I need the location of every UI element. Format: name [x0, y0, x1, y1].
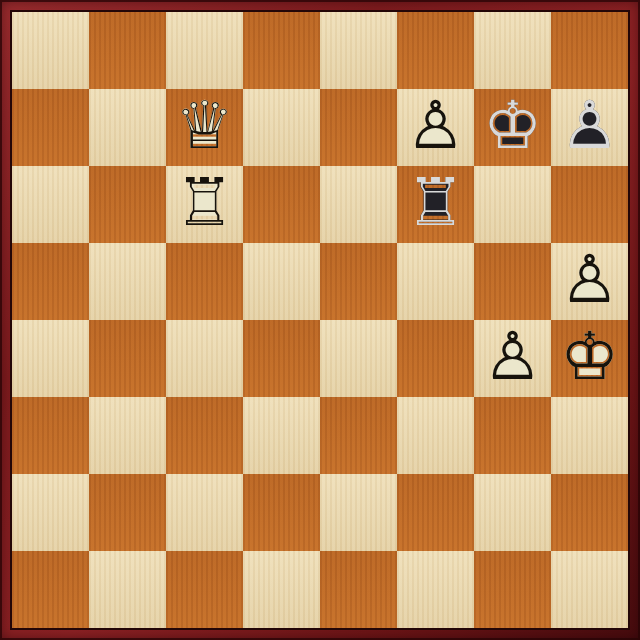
square-h7[interactable]: ♟♙: [551, 89, 628, 166]
square-h5[interactable]: ♟♙: [551, 243, 628, 320]
square-e2[interactable]: [320, 474, 397, 551]
white-rook[interactable]: ♜♖: [166, 166, 243, 243]
square-e1[interactable]: [320, 551, 397, 628]
white-king-outline: ♔: [551, 318, 628, 395]
square-e3[interactable]: [320, 397, 397, 474]
square-d3[interactable]: [243, 397, 320, 474]
black-king-outline: ♔: [474, 87, 551, 164]
square-g6[interactable]: [474, 166, 551, 243]
square-h3[interactable]: [551, 397, 628, 474]
square-a8[interactable]: [12, 12, 89, 89]
square-b3[interactable]: [89, 397, 166, 474]
square-a7[interactable]: [12, 89, 89, 166]
square-g5[interactable]: [474, 243, 551, 320]
white-rook-outline: ♖: [166, 164, 243, 241]
square-d6[interactable]: [243, 166, 320, 243]
square-b4[interactable]: [89, 320, 166, 397]
square-h6[interactable]: [551, 166, 628, 243]
square-f4[interactable]: [397, 320, 474, 397]
white-queen-outline: ♕: [166, 87, 243, 164]
square-c1[interactable]: [166, 551, 243, 628]
square-a5[interactable]: [12, 243, 89, 320]
square-f2[interactable]: [397, 474, 474, 551]
square-c4[interactable]: [166, 320, 243, 397]
square-h4[interactable]: ♚♔: [551, 320, 628, 397]
chess-board: ♛♕♟♙♚♔♟♙♜♖♜♖♟♙♟♙♚♔: [10, 10, 630, 630]
square-a2[interactable]: [12, 474, 89, 551]
square-a6[interactable]: [12, 166, 89, 243]
square-d7[interactable]: [243, 89, 320, 166]
square-a3[interactable]: [12, 397, 89, 474]
square-g3[interactable]: [474, 397, 551, 474]
square-d1[interactable]: [243, 551, 320, 628]
square-f7[interactable]: ♟♙: [397, 89, 474, 166]
square-e5[interactable]: [320, 243, 397, 320]
white-pawn-outline: ♙: [474, 318, 551, 395]
square-c5[interactable]: [166, 243, 243, 320]
square-b5[interactable]: [89, 243, 166, 320]
square-h2[interactable]: [551, 474, 628, 551]
square-b6[interactable]: [89, 166, 166, 243]
square-c7[interactable]: ♛♕: [166, 89, 243, 166]
square-c3[interactable]: [166, 397, 243, 474]
square-e4[interactable]: [320, 320, 397, 397]
square-c8[interactable]: [166, 12, 243, 89]
square-g4[interactable]: ♟♙: [474, 320, 551, 397]
black-rook[interactable]: ♜♖: [397, 166, 474, 243]
black-rook-outline: ♖: [397, 164, 474, 241]
white-pawn-outline: ♙: [397, 87, 474, 164]
square-h8[interactable]: [551, 12, 628, 89]
white-pawn[interactable]: ♟♙: [474, 320, 551, 397]
square-h1[interactable]: [551, 551, 628, 628]
square-a4[interactable]: [12, 320, 89, 397]
white-king[interactable]: ♚♔: [551, 320, 628, 397]
white-pawn[interactable]: ♟♙: [551, 243, 628, 320]
square-c6[interactable]: ♜♖: [166, 166, 243, 243]
square-b1[interactable]: [89, 551, 166, 628]
square-g2[interactable]: [474, 474, 551, 551]
square-e6[interactable]: [320, 166, 397, 243]
square-b7[interactable]: [89, 89, 166, 166]
board-frame: ♛♕♟♙♚♔♟♙♜♖♜♖♟♙♟♙♚♔: [0, 0, 640, 640]
white-queen[interactable]: ♛♕: [166, 89, 243, 166]
square-d4[interactable]: [243, 320, 320, 397]
square-d8[interactable]: [243, 12, 320, 89]
square-f6[interactable]: ♜♖: [397, 166, 474, 243]
white-pawn[interactable]: ♟♙: [397, 89, 474, 166]
square-a1[interactable]: [12, 551, 89, 628]
square-f5[interactable]: [397, 243, 474, 320]
black-pawn[interactable]: ♟♙: [551, 89, 628, 166]
square-f1[interactable]: [397, 551, 474, 628]
square-e7[interactable]: [320, 89, 397, 166]
square-g1[interactable]: [474, 551, 551, 628]
black-king[interactable]: ♚♔: [474, 89, 551, 166]
square-c2[interactable]: [166, 474, 243, 551]
square-f8[interactable]: [397, 12, 474, 89]
square-d5[interactable]: [243, 243, 320, 320]
square-e8[interactable]: [320, 12, 397, 89]
square-g7[interactable]: ♚♔: [474, 89, 551, 166]
square-d2[interactable]: [243, 474, 320, 551]
white-pawn-outline: ♙: [551, 241, 628, 318]
square-g8[interactable]: [474, 12, 551, 89]
square-b2[interactable]: [89, 474, 166, 551]
square-b8[interactable]: [89, 12, 166, 89]
square-f3[interactable]: [397, 397, 474, 474]
black-pawn-outline: ♙: [551, 87, 628, 164]
